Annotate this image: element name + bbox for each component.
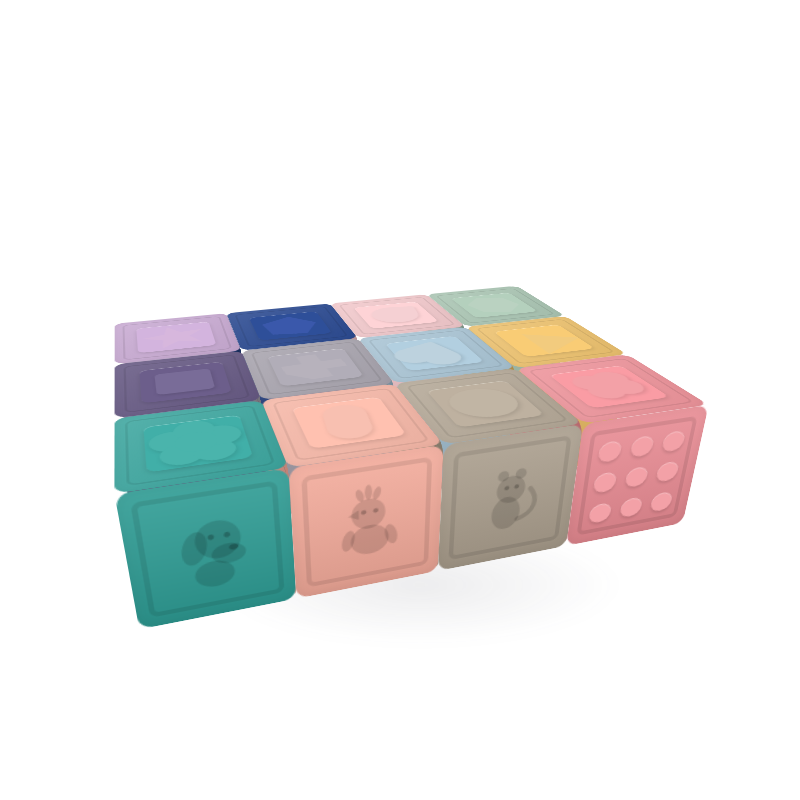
block-peach (266, 442, 441, 536)
dot (597, 440, 622, 464)
dot (588, 502, 612, 524)
dot (661, 430, 686, 453)
dot (655, 461, 679, 483)
dog-emboss-icon (151, 500, 269, 605)
dot (649, 491, 673, 513)
block-front-face (438, 424, 583, 571)
block-teal (126, 461, 293, 565)
product-photo-canvas (0, 0, 800, 800)
chick-emboss-icon (318, 475, 417, 575)
dot (592, 472, 617, 495)
dots-grid (585, 426, 689, 527)
block-front-face (566, 405, 709, 546)
dot (629, 435, 654, 458)
dot (619, 496, 643, 518)
block-front-face (288, 445, 443, 599)
block-front-face (114, 468, 296, 630)
shape-platform (549, 365, 670, 408)
mouse-emboss-icon (462, 453, 556, 549)
dot (624, 466, 649, 489)
